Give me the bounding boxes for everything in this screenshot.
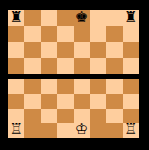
square-r3c2[interactable] (41, 58, 57, 74)
square-r2c5[interactable] (90, 42, 106, 58)
square-r2c1[interactable] (24, 109, 40, 124)
square-r0c4[interactable] (74, 79, 90, 94)
square-r2c3[interactable] (57, 109, 73, 124)
square-r3c6[interactable] (106, 58, 122, 74)
square-r0c5[interactable] (90, 79, 106, 94)
square-r2c0[interactable] (8, 42, 24, 58)
square-r1c5[interactable] (90, 94, 106, 109)
square-r2c0[interactable] (8, 109, 24, 124)
square-r0c3[interactable] (57, 79, 73, 94)
square-r3c0[interactable]: ♖ (8, 123, 24, 138)
square-r3c5[interactable] (90, 58, 106, 74)
square-r1c2[interactable] (41, 26, 57, 42)
square-r2c2[interactable] (41, 109, 57, 124)
square-r2c3[interactable] (57, 42, 73, 58)
square-r0c0[interactable] (8, 79, 24, 94)
black-rook[interactable]: ♜ (9, 10, 22, 25)
square-r0c2[interactable] (41, 10, 57, 26)
square-r3c6[interactable] (106, 123, 122, 138)
square-r3c3[interactable] (57, 58, 73, 74)
square-r1c2[interactable] (41, 94, 57, 109)
white-king[interactable]: ♔ (75, 123, 88, 137)
square-r2c7[interactable] (123, 42, 139, 58)
square-r0c4[interactable]: ♚ (74, 10, 90, 26)
square-r1c4[interactable] (74, 26, 90, 42)
square-r2c4[interactable] (74, 42, 90, 58)
square-r3c3[interactable] (57, 123, 73, 138)
square-r1c1[interactable] (24, 26, 40, 42)
square-r3c1[interactable] (24, 58, 40, 74)
square-r1c7[interactable] (123, 94, 139, 109)
black-rook[interactable]: ♜ (124, 10, 137, 25)
square-r2c6[interactable] (106, 109, 122, 124)
square-r0c7[interactable]: ♜ (123, 10, 139, 26)
square-r1c3[interactable] (57, 94, 73, 109)
square-r3c5[interactable] (90, 123, 106, 138)
square-r2c7[interactable] (123, 109, 139, 124)
square-r2c1[interactable] (24, 42, 40, 58)
square-r3c2[interactable] (41, 123, 57, 138)
square-r1c3[interactable] (57, 26, 73, 42)
square-r1c7[interactable] (123, 26, 139, 42)
square-r3c7[interactable] (123, 58, 139, 74)
black-king[interactable]: ♚ (75, 10, 88, 25)
square-r1c0[interactable] (8, 26, 24, 42)
square-r0c1[interactable] (24, 10, 40, 26)
square-r2c5[interactable] (90, 109, 106, 124)
square-r0c6[interactable] (106, 10, 122, 26)
bottom-board: ♖♔♖ (8, 79, 139, 138)
square-r1c1[interactable] (24, 94, 40, 109)
square-r0c3[interactable] (57, 10, 73, 26)
square-r2c2[interactable] (41, 42, 57, 58)
square-r0c2[interactable] (41, 79, 57, 94)
square-r0c5[interactable] (90, 10, 106, 26)
square-r2c6[interactable] (106, 42, 122, 58)
white-rook[interactable]: ♖ (124, 123, 137, 137)
top-board: ♜♚♜ (8, 10, 139, 74)
square-r0c0[interactable]: ♜ (8, 10, 24, 26)
square-r1c6[interactable] (106, 26, 122, 42)
square-r1c6[interactable] (106, 94, 122, 109)
square-r3c4[interactable]: ♔ (74, 123, 90, 138)
square-r1c5[interactable] (90, 26, 106, 42)
square-r2c4[interactable] (74, 109, 90, 124)
square-r3c7[interactable]: ♖ (123, 123, 139, 138)
square-r3c1[interactable] (24, 123, 40, 138)
square-r3c4[interactable] (74, 58, 90, 74)
white-rook[interactable]: ♖ (9, 123, 22, 137)
square-r1c0[interactable] (8, 94, 24, 109)
square-r3c0[interactable] (8, 58, 24, 74)
square-r0c6[interactable] (106, 79, 122, 94)
square-r0c1[interactable] (24, 79, 40, 94)
square-r1c4[interactable] (74, 94, 90, 109)
square-r0c7[interactable] (123, 79, 139, 94)
